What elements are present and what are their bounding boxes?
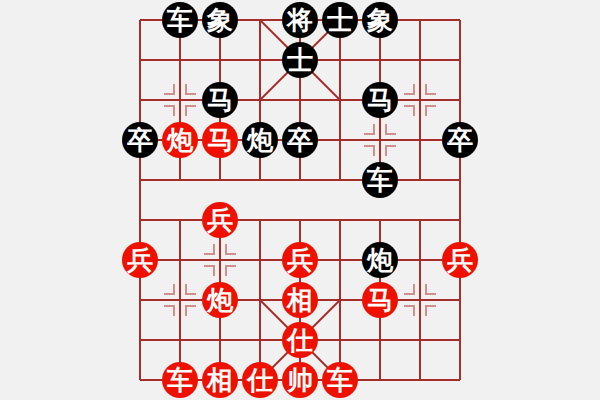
piece-black-soldier[interactable]: 卒 xyxy=(282,122,318,158)
xiangqi-pieces-grid: 车象将士象士马马卒炮马炮卒卒车兵兵兵炮兵炮相马仕车相仕帅车 xyxy=(120,0,480,400)
xiangqi-screen: 车象将士象士马马卒炮马炮卒卒车兵兵兵炮兵炮相马仕车相仕帅车 xyxy=(0,0,600,400)
piece-red-chariot[interactable]: 车 xyxy=(322,362,358,398)
piece-black-soldier[interactable]: 卒 xyxy=(122,122,158,158)
piece-black-horse[interactable]: 马 xyxy=(362,82,398,118)
piece-red-soldier[interactable]: 兵 xyxy=(202,202,238,238)
piece-red-elephant[interactable]: 相 xyxy=(282,282,318,318)
piece-red-chariot[interactable]: 车 xyxy=(162,362,198,398)
piece-red-soldier[interactable]: 兵 xyxy=(442,242,478,278)
piece-black-chariot[interactable]: 车 xyxy=(362,162,398,198)
piece-red-advisor[interactable]: 仕 xyxy=(282,322,318,358)
piece-red-cannon[interactable]: 炮 xyxy=(162,122,198,158)
piece-black-advisor[interactable]: 士 xyxy=(322,2,358,38)
piece-black-elephant[interactable]: 象 xyxy=(202,2,238,38)
piece-black-soldier[interactable]: 卒 xyxy=(442,122,478,158)
piece-black-general[interactable]: 将 xyxy=(282,2,318,38)
piece-black-elephant[interactable]: 象 xyxy=(362,2,398,38)
piece-red-soldier[interactable]: 兵 xyxy=(122,242,158,278)
piece-black-chariot[interactable]: 车 xyxy=(162,2,198,38)
piece-red-elephant[interactable]: 相 xyxy=(202,362,238,398)
piece-black-advisor[interactable]: 士 xyxy=(282,42,318,78)
piece-black-cannon[interactable]: 炮 xyxy=(362,242,398,278)
piece-red-soldier[interactable]: 兵 xyxy=(282,242,318,278)
piece-red-advisor[interactable]: 仕 xyxy=(242,362,278,398)
piece-red-general[interactable]: 帅 xyxy=(282,362,318,398)
piece-black-horse[interactable]: 马 xyxy=(202,82,238,118)
piece-black-cannon[interactable]: 炮 xyxy=(242,122,278,158)
piece-red-horse[interactable]: 马 xyxy=(202,122,238,158)
piece-red-horse[interactable]: 马 xyxy=(362,282,398,318)
piece-red-cannon[interactable]: 炮 xyxy=(202,282,238,318)
